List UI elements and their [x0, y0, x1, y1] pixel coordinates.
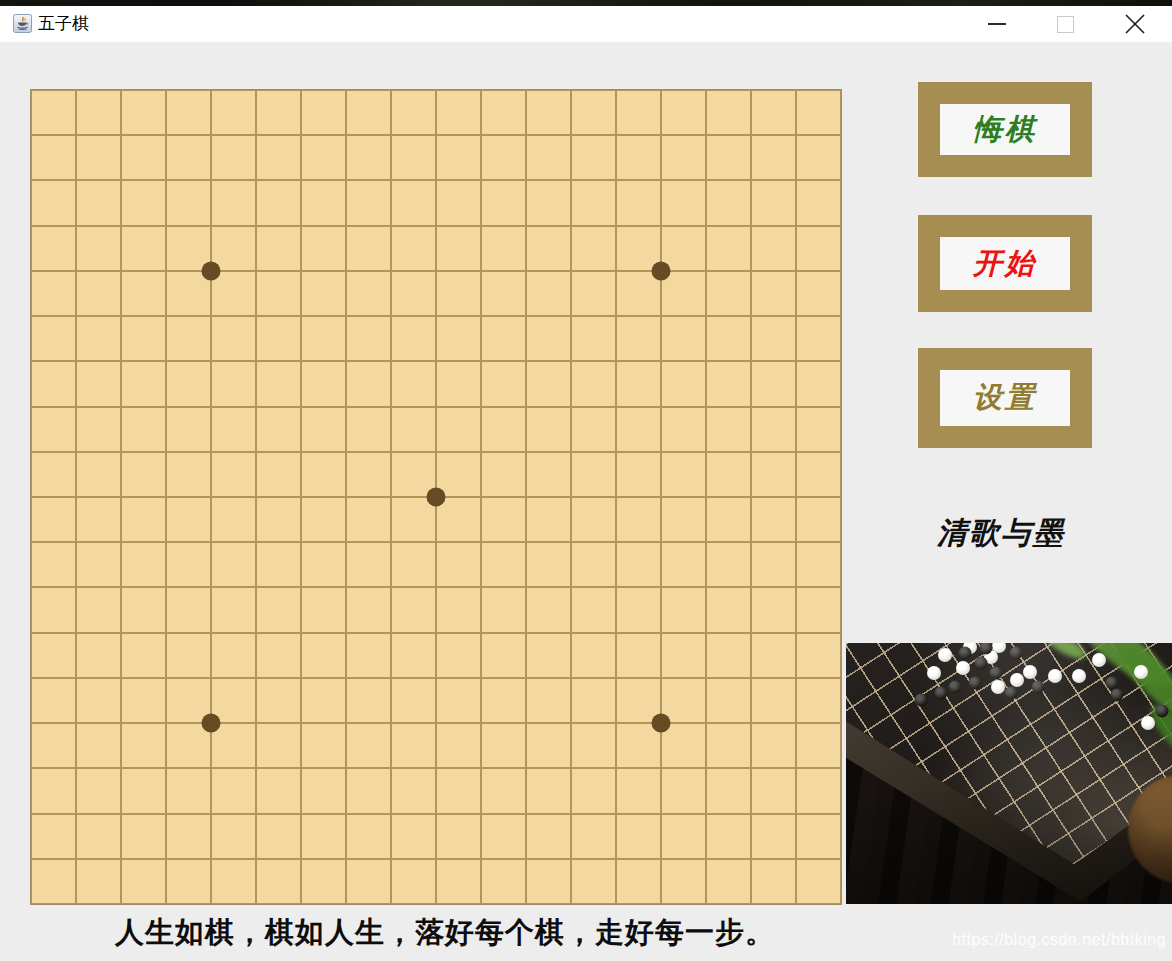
- board-cell[interactable]: [211, 361, 256, 406]
- board-cell[interactable]: [346, 226, 391, 271]
- board-cell[interactable]: [121, 316, 166, 361]
- board-cell[interactable]: [256, 768, 301, 813]
- board-cell[interactable]: [121, 180, 166, 225]
- board-cell[interactable]: [436, 814, 481, 859]
- board-cell[interactable]: [121, 135, 166, 180]
- board-cell[interactable]: [706, 814, 751, 859]
- board-cell[interactable]: [571, 633, 616, 678]
- board-cell[interactable]: [571, 452, 616, 497]
- board-cell[interactable]: [166, 135, 211, 180]
- board-cell[interactable]: [481, 271, 526, 316]
- board-cell[interactable]: [166, 407, 211, 452]
- board-cell[interactable]: [211, 90, 256, 135]
- board-cell[interactable]: [616, 361, 661, 406]
- board-cell[interactable]: [256, 814, 301, 859]
- board-cell[interactable]: [301, 497, 346, 542]
- board-cell[interactable]: [31, 271, 76, 316]
- board-cell[interactable]: [661, 361, 706, 406]
- board-cell[interactable]: [391, 633, 436, 678]
- board-cell[interactable]: [796, 452, 841, 497]
- board-cell[interactable]: [31, 723, 76, 768]
- board-cell[interactable]: [526, 723, 571, 768]
- board-cell[interactable]: [751, 180, 796, 225]
- board-cell[interactable]: [121, 678, 166, 723]
- board-cell[interactable]: [256, 90, 301, 135]
- board-cell[interactable]: [706, 768, 751, 813]
- board-cell[interactable]: [211, 542, 256, 587]
- board-cell[interactable]: [751, 361, 796, 406]
- board-cell[interactable]: [121, 723, 166, 768]
- board-cell[interactable]: [616, 452, 661, 497]
- board-cell[interactable]: [31, 497, 76, 542]
- board-cell[interactable]: [76, 452, 121, 497]
- board-cell[interactable]: [526, 316, 571, 361]
- board-cell[interactable]: [481, 678, 526, 723]
- board-cell[interactable]: [166, 814, 211, 859]
- board-cell[interactable]: [76, 723, 121, 768]
- board-cell[interactable]: [166, 361, 211, 406]
- board-cell[interactable]: [76, 180, 121, 225]
- board-cell[interactable]: [481, 135, 526, 180]
- settings-button[interactable]: 设置: [918, 348, 1092, 448]
- board-cell[interactable]: [751, 587, 796, 632]
- board-cell[interactable]: [526, 361, 571, 406]
- board-cell[interactable]: [796, 768, 841, 813]
- board-cell[interactable]: [346, 768, 391, 813]
- board-cell[interactable]: [121, 542, 166, 587]
- board-cell[interactable]: [571, 723, 616, 768]
- board-cell[interactable]: [346, 633, 391, 678]
- board-cell[interactable]: [121, 407, 166, 452]
- board-cell[interactable]: [661, 180, 706, 225]
- board-cell[interactable]: [166, 587, 211, 632]
- board[interactable]: [30, 89, 842, 905]
- board-cell[interactable]: [211, 633, 256, 678]
- board-cell[interactable]: [481, 180, 526, 225]
- board-cell[interactable]: [166, 859, 211, 904]
- board-cell[interactable]: [571, 859, 616, 904]
- board-cell[interactable]: [661, 90, 706, 135]
- board-cell[interactable]: [76, 135, 121, 180]
- board-cell[interactable]: [661, 452, 706, 497]
- board-cell[interactable]: [706, 542, 751, 587]
- board-cell[interactable]: [391, 587, 436, 632]
- board-cell[interactable]: [436, 271, 481, 316]
- board-cell[interactable]: [76, 271, 121, 316]
- board-cell[interactable]: [211, 407, 256, 452]
- board-cell[interactable]: [706, 452, 751, 497]
- start-button[interactable]: 开始: [918, 215, 1092, 312]
- board-cell[interactable]: [121, 587, 166, 632]
- board-cell[interactable]: [121, 768, 166, 813]
- board-cell[interactable]: [481, 90, 526, 135]
- board-cell[interactable]: [796, 316, 841, 361]
- board-cell[interactable]: [436, 723, 481, 768]
- board-cell[interactable]: [616, 768, 661, 813]
- board-cell[interactable]: [391, 90, 436, 135]
- board-cell[interactable]: [751, 271, 796, 316]
- board-cell[interactable]: [571, 497, 616, 542]
- board-cell[interactable]: [436, 768, 481, 813]
- board-cell[interactable]: [391, 361, 436, 406]
- board-cell[interactable]: [706, 407, 751, 452]
- board-cell[interactable]: [481, 542, 526, 587]
- board-cell[interactable]: [481, 814, 526, 859]
- board-cell[interactable]: [301, 407, 346, 452]
- board-cell[interactable]: [346, 542, 391, 587]
- board-cell[interactable]: [76, 859, 121, 904]
- board-cell[interactable]: [571, 180, 616, 225]
- board-cell[interactable]: [616, 135, 661, 180]
- board-cell[interactable]: [661, 407, 706, 452]
- board-cell[interactable]: [481, 316, 526, 361]
- board-cell[interactable]: [796, 135, 841, 180]
- board-cell[interactable]: [256, 587, 301, 632]
- board-cell[interactable]: [391, 859, 436, 904]
- board-cell[interactable]: [796, 814, 841, 859]
- board-cell[interactable]: [76, 814, 121, 859]
- board-cell[interactable]: [436, 90, 481, 135]
- board-cell[interactable]: [346, 316, 391, 361]
- board-cell[interactable]: [76, 407, 121, 452]
- board-cell[interactable]: [526, 859, 571, 904]
- board-cell[interactable]: [571, 226, 616, 271]
- board-cell[interactable]: [526, 407, 571, 452]
- board-cell[interactable]: [751, 407, 796, 452]
- board-cell[interactable]: [526, 497, 571, 542]
- board-cell[interactable]: [526, 271, 571, 316]
- board-cell[interactable]: [661, 542, 706, 587]
- board-cell[interactable]: [166, 497, 211, 542]
- board-cell[interactable]: [436, 542, 481, 587]
- board-cell[interactable]: [301, 678, 346, 723]
- board-cell[interactable]: [796, 542, 841, 587]
- board-cell[interactable]: [256, 633, 301, 678]
- board-cell[interactable]: [571, 90, 616, 135]
- board-cell[interactable]: [391, 180, 436, 225]
- board-cell[interactable]: [31, 452, 76, 497]
- board-cell[interactable]: [256, 271, 301, 316]
- board-cell[interactable]: [706, 180, 751, 225]
- board-cell[interactable]: [211, 859, 256, 904]
- close-button[interactable]: [1112, 6, 1158, 42]
- board-cell[interactable]: [706, 723, 751, 768]
- board-cell[interactable]: [751, 678, 796, 723]
- board-cell[interactable]: [256, 452, 301, 497]
- board-cell[interactable]: [796, 859, 841, 904]
- board-cell[interactable]: [616, 316, 661, 361]
- board-cell[interactable]: [796, 497, 841, 542]
- undo-button[interactable]: 悔棋: [918, 82, 1092, 177]
- board-cell[interactable]: [31, 814, 76, 859]
- board-cell[interactable]: [796, 90, 841, 135]
- board-cell[interactable]: [436, 180, 481, 225]
- board-cell[interactable]: [301, 135, 346, 180]
- board-cell[interactable]: [391, 316, 436, 361]
- board-cell[interactable]: [346, 90, 391, 135]
- board-cell[interactable]: [391, 271, 436, 316]
- board-cell[interactable]: [121, 633, 166, 678]
- board-cell[interactable]: [661, 723, 706, 768]
- board-cell[interactable]: [391, 542, 436, 587]
- board-cell[interactable]: [76, 542, 121, 587]
- board-cell[interactable]: [121, 361, 166, 406]
- board-cell[interactable]: [211, 587, 256, 632]
- board-cell[interactable]: [256, 361, 301, 406]
- board-cell[interactable]: [706, 633, 751, 678]
- board-cell[interactable]: [526, 768, 571, 813]
- board-cell[interactable]: [211, 180, 256, 225]
- board-cell[interactable]: [526, 678, 571, 723]
- board-cell[interactable]: [31, 407, 76, 452]
- board-cell[interactable]: [301, 271, 346, 316]
- board-cell[interactable]: [796, 723, 841, 768]
- board-cell[interactable]: [751, 452, 796, 497]
- board-cell[interactable]: [661, 587, 706, 632]
- board-cell[interactable]: [256, 723, 301, 768]
- board-cell[interactable]: [31, 90, 76, 135]
- board-cell[interactable]: [751, 859, 796, 904]
- board-cell[interactable]: [661, 633, 706, 678]
- board-cell[interactable]: [481, 768, 526, 813]
- board-cell[interactable]: [436, 587, 481, 632]
- board-cell[interactable]: [796, 678, 841, 723]
- board-cell[interactable]: [346, 814, 391, 859]
- board-cell[interactable]: [76, 678, 121, 723]
- board-cell[interactable]: [616, 587, 661, 632]
- board-cell[interactable]: [526, 226, 571, 271]
- board-cell[interactable]: [346, 678, 391, 723]
- board-cell[interactable]: [166, 90, 211, 135]
- board-cell[interactable]: [76, 226, 121, 271]
- board-cell[interactable]: [76, 587, 121, 632]
- board-cell[interactable]: [661, 497, 706, 542]
- board-cell[interactable]: [571, 678, 616, 723]
- board-cell[interactable]: [301, 316, 346, 361]
- board-cell[interactable]: [481, 361, 526, 406]
- board-cell[interactable]: [166, 452, 211, 497]
- board-cell[interactable]: [571, 587, 616, 632]
- board-cell[interactable]: [796, 226, 841, 271]
- board-cell[interactable]: [571, 271, 616, 316]
- board-cell[interactable]: [706, 497, 751, 542]
- board-cell[interactable]: [31, 135, 76, 180]
- board-cell[interactable]: [751, 814, 796, 859]
- board-cell[interactable]: [751, 316, 796, 361]
- board-cell[interactable]: [706, 271, 751, 316]
- board-cell[interactable]: [121, 814, 166, 859]
- board-cell[interactable]: [166, 316, 211, 361]
- board-cell[interactable]: [76, 768, 121, 813]
- board-cell[interactable]: [796, 587, 841, 632]
- board-cell[interactable]: [346, 723, 391, 768]
- board-cell[interactable]: [706, 226, 751, 271]
- board-cell[interactable]: [256, 542, 301, 587]
- board-cell[interactable]: [301, 180, 346, 225]
- board-cell[interactable]: [661, 316, 706, 361]
- board-cell[interactable]: [121, 90, 166, 135]
- board-cell[interactable]: [166, 633, 211, 678]
- board-cell[interactable]: [301, 633, 346, 678]
- board-cell[interactable]: [616, 859, 661, 904]
- board-cell[interactable]: [751, 542, 796, 587]
- board-cell[interactable]: [616, 407, 661, 452]
- board-cell[interactable]: [661, 768, 706, 813]
- board-cell[interactable]: [31, 361, 76, 406]
- board-cell[interactable]: [256, 316, 301, 361]
- board-cell[interactable]: [706, 135, 751, 180]
- board-cell[interactable]: [391, 226, 436, 271]
- board-cell[interactable]: [661, 814, 706, 859]
- board-cell[interactable]: [751, 633, 796, 678]
- board-cell[interactable]: [301, 542, 346, 587]
- board-cell[interactable]: [346, 361, 391, 406]
- board-cell[interactable]: [571, 768, 616, 813]
- board-cell[interactable]: [526, 587, 571, 632]
- board-cell[interactable]: [31, 768, 76, 813]
- board-cell[interactable]: [661, 271, 706, 316]
- board-cell[interactable]: [436, 316, 481, 361]
- board-cell[interactable]: [526, 814, 571, 859]
- board-cell[interactable]: [436, 633, 481, 678]
- board-cell[interactable]: [121, 226, 166, 271]
- board-cell[interactable]: [301, 452, 346, 497]
- board-cell[interactable]: [616, 814, 661, 859]
- board-cell[interactable]: [211, 814, 256, 859]
- board-cell[interactable]: [616, 497, 661, 542]
- board-cell[interactable]: [571, 316, 616, 361]
- board-cell[interactable]: [256, 180, 301, 225]
- board-cell[interactable]: [661, 859, 706, 904]
- board-cell[interactable]: [526, 633, 571, 678]
- board-cell[interactable]: [346, 407, 391, 452]
- board-cell[interactable]: [436, 678, 481, 723]
- board-cell[interactable]: [481, 859, 526, 904]
- board-cell[interactable]: [796, 407, 841, 452]
- board-cell[interactable]: [301, 814, 346, 859]
- board-cell[interactable]: [706, 90, 751, 135]
- board-cell[interactable]: [481, 633, 526, 678]
- board-cell[interactable]: [211, 497, 256, 542]
- board-cell[interactable]: [121, 452, 166, 497]
- board-cell[interactable]: [436, 859, 481, 904]
- board-cell[interactable]: [211, 135, 256, 180]
- board-cell[interactable]: [481, 497, 526, 542]
- board-cell[interactable]: [31, 859, 76, 904]
- board-cell[interactable]: [391, 135, 436, 180]
- board-cell[interactable]: [481, 407, 526, 452]
- minimize-button[interactable]: [974, 6, 1020, 42]
- board-cell[interactable]: [526, 90, 571, 135]
- board-cell[interactable]: [31, 587, 76, 632]
- board-cell[interactable]: [526, 452, 571, 497]
- board-cell[interactable]: [481, 452, 526, 497]
- board-cell[interactable]: [301, 587, 346, 632]
- board-cell[interactable]: [256, 497, 301, 542]
- board-cell[interactable]: [256, 678, 301, 723]
- board-cell[interactable]: [346, 497, 391, 542]
- board-cell[interactable]: [391, 723, 436, 768]
- board-cell[interactable]: [436, 135, 481, 180]
- board-cell[interactable]: [706, 316, 751, 361]
- board-cell[interactable]: [346, 452, 391, 497]
- board-cell[interactable]: [301, 226, 346, 271]
- board-cell[interactable]: [706, 361, 751, 406]
- board-cell[interactable]: [301, 90, 346, 135]
- board-cell[interactable]: [571, 407, 616, 452]
- board-cell[interactable]: [346, 180, 391, 225]
- board-cell[interactable]: [256, 135, 301, 180]
- board-cell[interactable]: [31, 226, 76, 271]
- board-cell[interactable]: [796, 633, 841, 678]
- board-cell[interactable]: [796, 271, 841, 316]
- board-cell[interactable]: [301, 723, 346, 768]
- board-cell[interactable]: [31, 180, 76, 225]
- board-cell[interactable]: [76, 90, 121, 135]
- board-cell[interactable]: [616, 542, 661, 587]
- board-cell[interactable]: [166, 542, 211, 587]
- board-cell[interactable]: [346, 587, 391, 632]
- board-cell[interactable]: [706, 859, 751, 904]
- board-cell[interactable]: [616, 90, 661, 135]
- board-cell[interactable]: [571, 814, 616, 859]
- board-cell[interactable]: [706, 678, 751, 723]
- board-cell[interactable]: [31, 316, 76, 361]
- board-cell[interactable]: [661, 135, 706, 180]
- board-cell[interactable]: [706, 587, 751, 632]
- board-cell[interactable]: [436, 497, 481, 542]
- board-cell[interactable]: [256, 226, 301, 271]
- board-cell[interactable]: [121, 859, 166, 904]
- board-cell[interactable]: [481, 226, 526, 271]
- board-cell[interactable]: [121, 497, 166, 542]
- board-cell[interactable]: [301, 768, 346, 813]
- board-cell[interactable]: [796, 180, 841, 225]
- board-cell[interactable]: [76, 361, 121, 406]
- board-cell[interactable]: [211, 768, 256, 813]
- board-cell[interactable]: [751, 226, 796, 271]
- board-cell[interactable]: [436, 407, 481, 452]
- board-cell[interactable]: [616, 633, 661, 678]
- board-cell[interactable]: [211, 271, 256, 316]
- board-cell[interactable]: [436, 226, 481, 271]
- board-cell[interactable]: [391, 814, 436, 859]
- board-cell[interactable]: [76, 497, 121, 542]
- board-cell[interactable]: [391, 678, 436, 723]
- board-cell[interactable]: [571, 361, 616, 406]
- board-cell[interactable]: [301, 859, 346, 904]
- board-cell[interactable]: [751, 497, 796, 542]
- board-cell[interactable]: [526, 180, 571, 225]
- board-cell[interactable]: [346, 135, 391, 180]
- board-cell[interactable]: [121, 271, 166, 316]
- board-cell[interactable]: [211, 452, 256, 497]
- board-cell[interactable]: [436, 361, 481, 406]
- board-cell[interactable]: [256, 407, 301, 452]
- board-cell[interactable]: [76, 316, 121, 361]
- board-cell[interactable]: [346, 859, 391, 904]
- board-cell[interactable]: [526, 542, 571, 587]
- board-cell[interactable]: [571, 542, 616, 587]
- board-cell[interactable]: [346, 271, 391, 316]
- board-cell[interactable]: [481, 587, 526, 632]
- board-cell[interactable]: [166, 180, 211, 225]
- maximize-button[interactable]: [1042, 6, 1088, 42]
- board-cell[interactable]: [616, 180, 661, 225]
- board-cell[interactable]: [751, 768, 796, 813]
- board-cell[interactable]: [751, 90, 796, 135]
- board-cell[interactable]: [256, 859, 301, 904]
